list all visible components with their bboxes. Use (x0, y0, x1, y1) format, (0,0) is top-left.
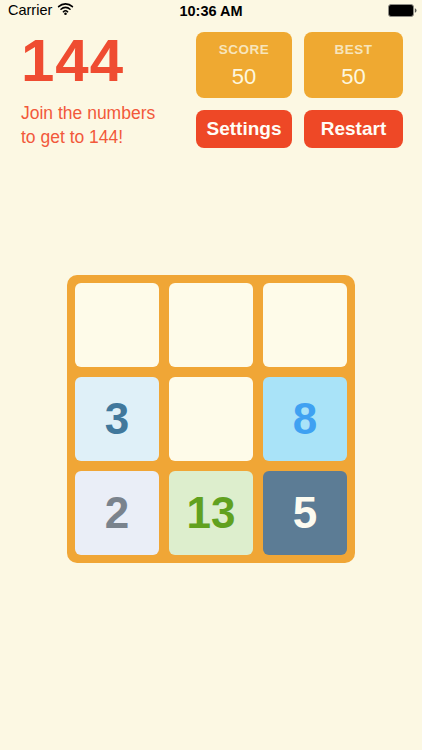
score-value: 50 (232, 64, 256, 90)
app-screen: Carrier 10:36 AM 144 Join the numbe (0, 0, 422, 750)
game-board[interactable]: 3 8 2 13 5 (67, 275, 355, 563)
tile-r0c0 (75, 283, 159, 367)
settings-button[interactable]: Settings (196, 110, 292, 148)
tile-r2c0: 2 (75, 471, 159, 555)
tile-r0c2 (263, 283, 347, 367)
subtitle-line2: to get to 144! (21, 127, 123, 147)
tile-r0c1 (169, 283, 253, 367)
score-box: SCORE 50 (196, 32, 292, 98)
tile-r2c1: 13 (169, 471, 253, 555)
best-value: 50 (341, 64, 365, 90)
tile-r1c1 (169, 377, 253, 461)
status-time: 10:36 AM (0, 3, 422, 19)
tile-r1c0: 3 (75, 377, 159, 461)
tile-r2c2: 5 (263, 471, 347, 555)
battery-full-icon (388, 4, 417, 20)
score-label: SCORE (219, 42, 270, 57)
subtitle: Join the numbers to get to 144! (21, 101, 155, 149)
best-box: BEST 50 (304, 32, 403, 98)
restart-button[interactable]: Restart (304, 110, 403, 148)
subtitle-line1: Join the numbers (21, 103, 155, 123)
best-label: BEST (334, 42, 372, 57)
status-bar: Carrier 10:36 AM (0, 0, 422, 21)
tile-r1c2: 8 (263, 377, 347, 461)
app-title: 144 (21, 30, 124, 92)
